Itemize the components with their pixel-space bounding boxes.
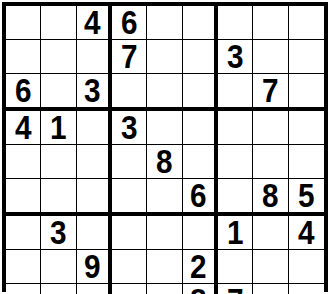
- cell-r8c1[interactable]: [6, 250, 41, 284]
- cell-r7c5[interactable]: [147, 216, 182, 250]
- cell-r8c4[interactable]: [112, 250, 147, 284]
- cell-r8c3[interactable]: 9: [77, 250, 112, 284]
- cell-r6c8[interactable]: 8: [253, 179, 288, 216]
- cell-r3c2[interactable]: [41, 74, 76, 111]
- cell-r4c9[interactable]: [289, 111, 324, 145]
- cell-r4c5[interactable]: [147, 111, 182, 145]
- given-digit: 5: [298, 179, 315, 212]
- given-digit: 4: [84, 6, 101, 39]
- cell-r2c7[interactable]: 3: [218, 40, 253, 74]
- cell-r9c4[interactable]: [112, 284, 147, 294]
- cell-r8c5[interactable]: [147, 250, 182, 284]
- cell-r8c2[interactable]: [41, 250, 76, 284]
- cell-r3c5[interactable]: [147, 74, 182, 111]
- cell-r9c1[interactable]: [6, 284, 41, 294]
- cell-r3c3[interactable]: 3: [77, 74, 112, 111]
- cell-r7c4[interactable]: [112, 216, 147, 250]
- cell-r3c6[interactable]: [183, 74, 218, 111]
- cell-r3c4[interactable]: [112, 74, 147, 111]
- cell-r1c7[interactable]: [218, 6, 253, 40]
- cell-r1c3[interactable]: 4: [77, 6, 112, 40]
- cell-r9c3[interactable]: [77, 284, 112, 294]
- cell-r4c6[interactable]: [183, 111, 218, 145]
- given-digit: 7: [227, 284, 244, 294]
- given-digit: 8: [190, 284, 207, 294]
- cell-r1c4[interactable]: 6: [112, 6, 147, 40]
- cell-r1c5[interactable]: [147, 6, 182, 40]
- cell-r3c9[interactable]: [289, 74, 324, 111]
- cell-r4c2[interactable]: 1: [41, 111, 76, 145]
- cell-r5c3[interactable]: [77, 145, 112, 179]
- cell-r5c8[interactable]: [253, 145, 288, 179]
- given-digit: 4: [15, 111, 32, 144]
- cell-r7c9[interactable]: 4: [289, 216, 324, 250]
- cell-r9c7[interactable]: 7: [218, 284, 253, 294]
- cell-r7c8[interactable]: [253, 216, 288, 250]
- cell-r4c7[interactable]: [218, 111, 253, 145]
- cell-r5c9[interactable]: [289, 145, 324, 179]
- given-digit: 7: [121, 40, 138, 73]
- cell-r3c8[interactable]: 7: [253, 74, 288, 111]
- cell-r6c2[interactable]: [41, 179, 76, 216]
- cell-r9c2[interactable]: [41, 284, 76, 294]
- given-digit: 6: [121, 6, 138, 39]
- cell-r5c5[interactable]: 8: [147, 145, 182, 179]
- cell-r8c6[interactable]: 2: [183, 250, 218, 284]
- cell-r5c2[interactable]: [41, 145, 76, 179]
- given-digit: 2: [190, 250, 207, 283]
- cell-r9c8[interactable]: [253, 284, 288, 294]
- cell-r1c1[interactable]: [6, 6, 41, 40]
- cell-r5c1[interactable]: [6, 145, 41, 179]
- given-digit: 1: [50, 111, 67, 144]
- cell-r4c3[interactable]: [77, 111, 112, 145]
- cell-r2c8[interactable]: [253, 40, 288, 74]
- cell-r7c2[interactable]: 3: [41, 216, 76, 250]
- cell-r7c1[interactable]: [6, 216, 41, 250]
- given-digit: 8: [156, 145, 173, 178]
- cell-r6c4[interactable]: [112, 179, 147, 216]
- cell-r1c8[interactable]: [253, 6, 288, 40]
- cell-r1c2[interactable]: [41, 6, 76, 40]
- cell-r8c8[interactable]: [253, 250, 288, 284]
- given-digit: 4: [298, 216, 315, 249]
- given-digit: 7: [262, 74, 279, 107]
- cell-r5c6[interactable]: [183, 145, 218, 179]
- cell-r6c1[interactable]: [6, 179, 41, 216]
- cell-r2c6[interactable]: [183, 40, 218, 74]
- cell-r1c6[interactable]: [183, 6, 218, 40]
- cell-r6c9[interactable]: 5: [289, 179, 324, 216]
- cell-r7c6[interactable]: [183, 216, 218, 250]
- cell-r6c7[interactable]: [218, 179, 253, 216]
- cell-r5c7[interactable]: [218, 145, 253, 179]
- cell-r6c3[interactable]: [77, 179, 112, 216]
- cell-r2c1[interactable]: [6, 40, 41, 74]
- cell-r1c9[interactable]: [289, 6, 324, 40]
- given-digit: 8: [262, 179, 279, 212]
- given-digit: 3: [227, 40, 244, 73]
- cell-r5c4[interactable]: [112, 145, 147, 179]
- cell-r9c6[interactable]: 8: [183, 284, 218, 294]
- given-digit: 6: [15, 74, 32, 107]
- cell-r2c2[interactable]: [41, 40, 76, 74]
- cell-r3c7[interactable]: [218, 74, 253, 111]
- cell-r7c7[interactable]: 1: [218, 216, 253, 250]
- given-digit: 1: [227, 216, 244, 249]
- cell-r4c8[interactable]: [253, 111, 288, 145]
- given-digit: 3: [121, 111, 138, 144]
- cell-r4c1[interactable]: 4: [6, 111, 41, 145]
- given-digit: 9: [84, 250, 101, 283]
- cell-r2c3[interactable]: [77, 40, 112, 74]
- cell-r9c5[interactable]: [147, 284, 182, 294]
- cell-r7c3[interactable]: [77, 216, 112, 250]
- cell-r3c1[interactable]: 6: [6, 74, 41, 111]
- cell-r6c6[interactable]: 6: [183, 179, 218, 216]
- cell-r9c9[interactable]: [289, 284, 324, 294]
- cell-r2c4[interactable]: 7: [112, 40, 147, 74]
- cell-r4c4[interactable]: 3: [112, 111, 147, 145]
- given-digit: 3: [84, 74, 101, 107]
- cell-r2c5[interactable]: [147, 40, 182, 74]
- given-digit: 3: [50, 216, 67, 249]
- cell-r8c9[interactable]: [289, 250, 324, 284]
- given-digit: 6: [190, 179, 207, 212]
- cell-r2c9[interactable]: [289, 40, 324, 74]
- cell-r6c5[interactable]: [147, 179, 182, 216]
- sudoku-board: 467363741386853149287: [2, 2, 328, 292]
- cell-r8c7[interactable]: [218, 250, 253, 284]
